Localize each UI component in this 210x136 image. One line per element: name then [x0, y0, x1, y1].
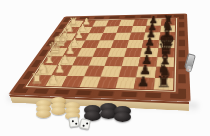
- die[interactable]: [68, 116, 79, 127]
- square[interactable]: ♟: [62, 48, 81, 56]
- white-rook[interactable]: ♜: [67, 17, 80, 27]
- black-pawn[interactable]: ♟: [134, 76, 153, 89]
- checker-disc-light[interactable]: [36, 110, 51, 118]
- square[interactable]: ♝: [159, 32, 175, 40]
- square[interactable]: ♚: [53, 40, 71, 48]
- white-rook[interactable]: ♜: [28, 72, 46, 86]
- square[interactable]: [126, 40, 143, 48]
- square[interactable]: ♝: [156, 57, 174, 67]
- die[interactable]: [79, 118, 91, 130]
- square[interactable]: [121, 57, 140, 67]
- square[interactable]: ♟: [136, 66, 156, 77]
- square[interactable]: ♟: [144, 32, 160, 40]
- square[interactable]: [81, 40, 99, 48]
- square[interactable]: ♞: [154, 67, 173, 78]
- black-pawn[interactable]: ♟: [142, 37, 158, 48]
- die-pip: [75, 122, 77, 124]
- square[interactable]: [67, 66, 88, 76]
- black-pawn[interactable]: ♟: [146, 16, 160, 25]
- square[interactable]: ♛: [157, 48, 174, 57]
- die-pip: [83, 124, 85, 126]
- black-pawn[interactable]: ♟: [136, 65, 154, 77]
- square[interactable]: ♟: [138, 57, 157, 67]
- square[interactable]: [108, 48, 126, 57]
- white-queen[interactable]: ♛: [47, 40, 63, 56]
- photo-frame: ♜♟♟♜♞♟♟♞♝♟♟♝♚♟♟♚♛♟♟♛♝♟♟♝♞♟♟♞♜♟♟♜: [0, 0, 210, 136]
- checker-disc-light[interactable]: [51, 107, 66, 115]
- square[interactable]: [129, 33, 145, 41]
- square[interactable]: ♜: [153, 78, 173, 91]
- square[interactable]: ♟: [140, 48, 158, 57]
- white-pawn[interactable]: ♟: [79, 18, 92, 27]
- playing-grid: ♜♟♟♜♞♟♟♞♝♟♟♝♚♟♟♚♛♟♟♛♝♟♟♝♞♟♟♞♜♟♟♜: [28, 19, 175, 90]
- black-rook[interactable]: ♜: [161, 14, 175, 25]
- square[interactable]: [96, 40, 114, 48]
- square[interactable]: ♟: [142, 40, 159, 48]
- square[interactable]: [105, 57, 124, 67]
- black-pawn[interactable]: ♟: [140, 46, 157, 57]
- square[interactable]: ♚: [158, 40, 175, 48]
- square[interactable]: [124, 48, 142, 57]
- checker-disc-dark[interactable]: [114, 112, 131, 122]
- black-pawn[interactable]: ♟: [138, 55, 156, 67]
- square[interactable]: [62, 76, 84, 88]
- square[interactable]: [118, 66, 138, 77]
- chessboard: ♜♟♟♜♞♟♟♞♝♟♟♝♚♟♟♚♛♟♟♛♝♟♟♝♞♟♟♞♜♟♟♜: [8, 13, 191, 102]
- square[interactable]: [115, 77, 136, 89]
- square[interactable]: ♟: [134, 77, 155, 89]
- die-pip: [85, 122, 87, 124]
- die-pip: [72, 120, 74, 122]
